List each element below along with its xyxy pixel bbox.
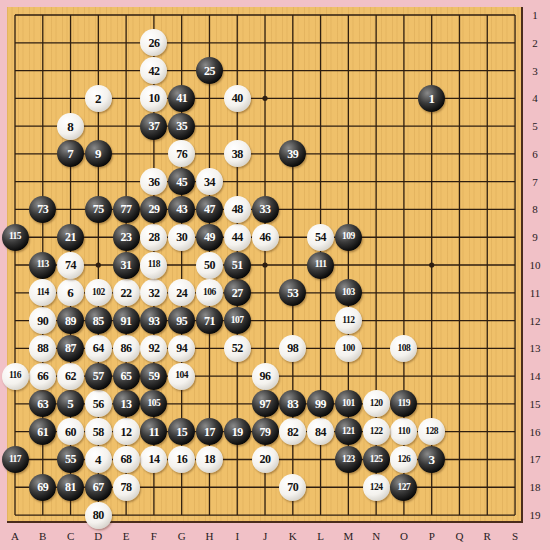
white-stone-8-C5: 8	[57, 113, 84, 140]
black-stone-103-M11: 103	[335, 279, 362, 306]
white-stone-50-H10: 50	[196, 252, 223, 279]
row-label-18: 18	[523, 481, 547, 493]
move-number: 28	[148, 231, 159, 243]
black-stone-23-E9: 23	[113, 224, 140, 251]
move-number: 122	[370, 427, 383, 437]
move-number: 94	[176, 342, 187, 354]
move-number: 35	[176, 120, 187, 132]
move-number: 110	[398, 427, 410, 437]
row-label-7: 7	[523, 176, 547, 188]
move-number: 10	[148, 92, 159, 104]
white-stone-12-E16: 12	[113, 418, 140, 445]
white-stone-64-D13: 64	[85, 335, 112, 362]
star-point-D10	[96, 262, 101, 267]
move-number: 21	[65, 231, 76, 243]
move-number: 90	[37, 315, 48, 327]
move-number: 93	[148, 315, 159, 327]
move-number: 54	[315, 231, 326, 243]
move-number: 100	[342, 344, 355, 354]
row-label-17: 17	[523, 453, 547, 465]
move-number: 50	[204, 259, 215, 271]
row-label-6: 6	[523, 148, 547, 160]
move-number: 51	[232, 259, 243, 271]
move-number: 118	[148, 260, 160, 270]
white-stone-118-F10: 118	[140, 252, 167, 279]
white-stone-18-H17: 18	[196, 446, 223, 473]
black-stone-19-I16: 19	[224, 418, 251, 445]
move-number: 107	[231, 316, 244, 326]
white-stone-44-I9: 44	[224, 224, 251, 251]
row-label-4: 4	[523, 92, 547, 104]
move-number: 19	[232, 426, 243, 438]
move-number: 111	[315, 260, 327, 270]
move-number: 31	[121, 259, 132, 271]
go-board[interactable]: 1234567891011121314151617181920212223242…	[7, 7, 523, 523]
move-number: 23	[121, 231, 132, 243]
move-number: 18	[204, 453, 215, 465]
black-stone-13-E15: 13	[113, 390, 140, 417]
white-stone-122-N16: 122	[363, 418, 390, 445]
move-number: 8	[67, 120, 74, 133]
move-number: 66	[37, 370, 48, 382]
column-label-Q: Q	[449, 530, 469, 542]
black-stone-43-G8: 43	[168, 196, 195, 223]
black-stone-69-B18: 69	[29, 474, 56, 501]
move-number: 30	[176, 231, 187, 243]
move-number: 29	[148, 203, 159, 215]
black-stone-37-F5: 37	[140, 113, 167, 140]
move-number: 97	[260, 398, 271, 410]
move-number: 27	[232, 287, 243, 299]
move-number: 58	[93, 426, 104, 438]
move-number: 86	[121, 342, 132, 354]
move-number: 116	[9, 371, 21, 381]
move-number: 101	[342, 399, 355, 409]
column-label-J: J	[255, 530, 275, 542]
black-stone-67-D18: 67	[85, 474, 112, 501]
row-label-19: 19	[523, 509, 547, 521]
white-stone-86-E13: 86	[113, 335, 140, 362]
white-stone-52-I13: 52	[224, 335, 251, 362]
move-number: 78	[121, 481, 132, 493]
column-label-L: L	[311, 530, 331, 542]
black-stone-91-E12: 91	[113, 307, 140, 334]
move-number: 68	[121, 453, 132, 465]
move-number: 37	[148, 120, 159, 132]
move-number: 89	[65, 315, 76, 327]
move-number: 41	[176, 92, 187, 104]
move-number: 17	[204, 426, 215, 438]
move-number: 24	[176, 287, 187, 299]
white-stone-116-A14: 116	[2, 363, 29, 390]
move-number: 6	[67, 286, 74, 299]
move-number: 48	[232, 203, 243, 215]
move-number: 57	[93, 370, 104, 382]
move-number: 80	[93, 509, 104, 521]
black-stone-127-O18: 127	[390, 474, 417, 501]
move-number: 77	[121, 203, 132, 215]
black-stone-109-M9: 109	[335, 224, 362, 251]
row-label-11: 11	[523, 287, 547, 299]
move-number: 53	[287, 287, 298, 299]
column-label-B: B	[33, 530, 53, 542]
white-stone-104-G14: 104	[168, 363, 195, 390]
move-number: 7	[67, 147, 74, 160]
black-stone-25-H3: 25	[196, 57, 223, 84]
white-stone-48-I8: 48	[224, 196, 251, 223]
move-number: 81	[65, 481, 76, 493]
black-stone-65-E14: 65	[113, 363, 140, 390]
column-label-C: C	[61, 530, 81, 542]
move-number: 69	[37, 481, 48, 493]
column-label-E: E	[116, 530, 136, 542]
move-number: 73	[37, 203, 48, 215]
black-stone-17-H16: 17	[196, 418, 223, 445]
white-stone-78-E18: 78	[113, 474, 140, 501]
white-stone-2-D4: 2	[85, 85, 112, 112]
move-number: 14	[148, 453, 159, 465]
move-number: 49	[204, 231, 215, 243]
move-number: 2	[95, 92, 102, 105]
white-stone-20-J17: 20	[252, 446, 279, 473]
row-label-10: 10	[523, 259, 547, 271]
move-number: 85	[93, 315, 104, 327]
black-stone-33-J8: 33	[252, 196, 279, 223]
move-number: 64	[93, 342, 104, 354]
move-number: 119	[398, 399, 410, 409]
move-number: 113	[37, 260, 49, 270]
move-number: 88	[37, 342, 48, 354]
white-stone-80-D19: 80	[85, 502, 112, 529]
go-game-diagram: 1234567891011121314151617181920212223242…	[0, 0, 550, 550]
black-stone-41-G4: 41	[168, 85, 195, 112]
column-label-H: H	[199, 530, 219, 542]
black-stone-97-J15: 97	[252, 390, 279, 417]
row-label-5: 5	[523, 120, 547, 132]
column-label-O: O	[394, 530, 414, 542]
move-number: 70	[287, 481, 298, 493]
column-label-G: G	[172, 530, 192, 542]
move-number: 63	[37, 398, 48, 410]
column-label-N: N	[366, 530, 386, 542]
column-label-K: K	[283, 530, 303, 542]
black-stone-115-A9: 115	[2, 224, 29, 251]
move-number: 123	[342, 455, 355, 465]
column-label-S: S	[505, 530, 525, 542]
black-stone-111-L10: 111	[307, 252, 334, 279]
black-stone-3-P17: 3	[418, 446, 445, 473]
white-stone-74-C10: 74	[57, 252, 84, 279]
move-number: 46	[260, 231, 271, 243]
move-number: 103	[342, 288, 355, 298]
move-number: 98	[287, 342, 298, 354]
move-number: 39	[287, 148, 298, 160]
black-stone-57-D14: 57	[85, 363, 112, 390]
white-stone-102-D11: 102	[85, 279, 112, 306]
white-stone-120-N15: 120	[363, 390, 390, 417]
black-stone-35-G5: 35	[168, 113, 195, 140]
white-stone-112-M12: 112	[335, 307, 362, 334]
white-stone-30-G9: 30	[168, 224, 195, 251]
move-number: 4	[95, 453, 102, 466]
move-number: 76	[176, 148, 187, 160]
move-number: 82	[287, 426, 298, 438]
move-number: 3	[428, 453, 435, 466]
move-number: 34	[204, 176, 215, 188]
black-stone-87-C13: 87	[57, 335, 84, 362]
column-label-F: F	[144, 530, 164, 542]
move-number: 52	[232, 342, 243, 354]
column-label-P: P	[422, 530, 442, 542]
move-number: 16	[176, 453, 187, 465]
star-point-J4	[262, 96, 267, 101]
black-stone-1-P4: 1	[418, 85, 445, 112]
white-stone-22-E11: 22	[113, 279, 140, 306]
move-number: 74	[65, 259, 76, 271]
move-number: 13	[121, 398, 132, 410]
move-number: 121	[342, 427, 355, 437]
black-stone-123-M17: 123	[335, 446, 362, 473]
move-number: 96	[260, 370, 271, 382]
move-number: 106	[203, 288, 216, 298]
white-stone-62-C14: 62	[57, 363, 84, 390]
white-stone-70-K18: 70	[279, 474, 306, 501]
move-number: 26	[148, 37, 159, 49]
row-label-16: 16	[523, 426, 547, 438]
move-number: 55	[65, 453, 76, 465]
move-number: 125	[370, 455, 383, 465]
row-label-14: 14	[523, 370, 547, 382]
row-label-15: 15	[523, 398, 547, 410]
black-stone-121-M16: 121	[335, 418, 362, 445]
white-stone-28-F9: 28	[140, 224, 167, 251]
move-number: 128	[425, 427, 438, 437]
white-stone-94-G13: 94	[168, 335, 195, 362]
move-number: 102	[92, 288, 105, 298]
move-number: 115	[9, 232, 21, 242]
move-number: 71	[204, 315, 215, 327]
white-stone-40-I4: 40	[224, 85, 251, 112]
white-stone-54-L9: 54	[307, 224, 334, 251]
white-stone-96-J14: 96	[252, 363, 279, 390]
move-number: 11	[149, 426, 159, 438]
black-stone-51-I10: 51	[224, 252, 251, 279]
move-number: 109	[342, 232, 355, 242]
row-label-3: 3	[523, 65, 547, 77]
move-number: 84	[315, 426, 326, 438]
column-label-M: M	[338, 530, 358, 542]
move-number: 124	[370, 483, 383, 493]
white-stone-100-M13: 100	[335, 335, 362, 362]
move-number: 36	[148, 176, 159, 188]
move-number: 43	[176, 203, 187, 215]
move-number: 114	[37, 288, 49, 298]
move-number: 92	[148, 342, 159, 354]
column-label-D: D	[88, 530, 108, 542]
white-stone-38-I6: 38	[224, 140, 251, 167]
move-number: 15	[176, 426, 187, 438]
move-number: 99	[315, 398, 326, 410]
black-stone-107-I12: 107	[224, 307, 251, 334]
white-stone-98-K13: 98	[279, 335, 306, 362]
white-stone-124-N18: 124	[363, 474, 390, 501]
move-number: 65	[121, 370, 132, 382]
star-point-J10	[262, 262, 267, 267]
move-number: 60	[65, 426, 76, 438]
move-number: 44	[232, 231, 243, 243]
move-number: 112	[342, 316, 354, 326]
black-stone-71-H12: 71	[196, 307, 223, 334]
move-number: 91	[121, 315, 132, 327]
black-stone-117-A17: 117	[2, 446, 29, 473]
black-stone-81-C18: 81	[57, 474, 84, 501]
black-stone-21-C9: 21	[57, 224, 84, 251]
row-label-2: 2	[523, 37, 547, 49]
black-stone-79-J16: 79	[252, 418, 279, 445]
move-number: 22	[121, 287, 132, 299]
black-stone-49-H9: 49	[196, 224, 223, 251]
row-label-8: 8	[523, 203, 547, 215]
white-stone-88-B13: 88	[29, 335, 56, 362]
move-number: 45	[176, 176, 187, 188]
move-number: 127	[398, 483, 411, 493]
row-label-9: 9	[523, 231, 547, 243]
column-label-A: A	[5, 530, 25, 542]
black-stone-85-D12: 85	[85, 307, 112, 334]
white-stone-34-H7: 34	[196, 168, 223, 195]
move-number: 56	[93, 398, 104, 410]
move-number: 20	[260, 453, 271, 465]
row-label-12: 12	[523, 315, 547, 327]
black-stone-55-C17: 55	[57, 446, 84, 473]
move-number: 126	[398, 455, 411, 465]
move-number: 87	[65, 342, 76, 354]
move-number: 75	[93, 203, 104, 215]
move-number: 38	[232, 148, 243, 160]
white-stone-46-J9: 46	[252, 224, 279, 251]
row-label-13: 13	[523, 342, 547, 354]
white-stone-66-B14: 66	[29, 363, 56, 390]
move-number: 61	[37, 426, 48, 438]
move-number: 9	[95, 147, 102, 160]
move-number: 1	[428, 92, 435, 105]
move-number: 47	[204, 203, 215, 215]
black-stone-27-I11: 27	[224, 279, 251, 306]
move-number: 59	[148, 370, 159, 382]
move-number: 108	[398, 344, 411, 354]
move-number: 117	[9, 455, 21, 465]
black-stone-47-H8: 47	[196, 196, 223, 223]
move-number: 62	[65, 370, 76, 382]
black-stone-77-E8: 77	[113, 196, 140, 223]
move-number: 42	[148, 65, 159, 77]
black-stone-113-B10: 113	[29, 252, 56, 279]
move-number: 104	[175, 371, 188, 381]
move-number: 25	[204, 65, 215, 77]
move-number: 40	[232, 92, 243, 104]
move-number: 5	[67, 397, 74, 410]
black-stone-125-N17: 125	[363, 446, 390, 473]
column-label-I: I	[227, 530, 247, 542]
move-number: 33	[260, 203, 271, 215]
move-number: 79	[260, 426, 271, 438]
move-number: 83	[287, 398, 298, 410]
row-label-1: 1	[523, 9, 547, 21]
column-label-R: R	[477, 530, 497, 542]
move-number: 120	[370, 399, 383, 409]
black-stone-31-E10: 31	[113, 252, 140, 279]
star-point-P10	[429, 262, 434, 267]
move-number: 32	[148, 287, 159, 299]
white-stone-4-D17: 4	[85, 446, 112, 473]
white-stone-58-D16: 58	[85, 418, 112, 445]
move-number: 67	[93, 481, 104, 493]
black-stone-75-D8: 75	[85, 196, 112, 223]
white-stone-68-E17: 68	[113, 446, 140, 473]
move-number: 105	[148, 399, 161, 409]
black-stone-59-F14: 59	[140, 363, 167, 390]
move-number: 95	[176, 315, 187, 327]
white-stone-16-G17: 16	[168, 446, 195, 473]
move-number: 12	[121, 426, 132, 438]
black-stone-89-C12: 89	[57, 307, 84, 334]
